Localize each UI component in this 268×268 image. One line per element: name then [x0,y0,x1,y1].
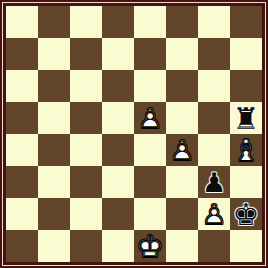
white-pawn[interactable]: ♟♙ [166,134,198,166]
black-pawn[interactable]: ♟ [198,166,230,198]
piece-glyph-outline: ♙ [166,134,198,166]
square-e8[interactable] [134,6,166,38]
square-a8[interactable] [6,6,38,38]
square-g2[interactable]: ♟♙ [198,198,230,230]
square-g3[interactable]: ♟ [198,166,230,198]
black-rook[interactable]: ♜ [230,102,262,134]
square-b7[interactable] [38,38,70,70]
square-e6[interactable] [134,70,166,102]
square-b5[interactable] [38,102,70,134]
square-d4[interactable] [102,134,134,166]
white-king[interactable]: ♚♔ [134,230,166,262]
square-a3[interactable] [6,166,38,198]
square-b3[interactable] [38,166,70,198]
square-h7[interactable] [230,38,262,70]
white-pawn[interactable]: ♟♙ [198,198,230,230]
square-d8[interactable] [102,6,134,38]
white-pawn[interactable]: ♟♙ [134,102,166,134]
square-d2[interactable] [102,198,134,230]
piece-glyph-outline: ♔ [134,230,166,262]
chess-board[interactable]: ♟♙♜♟♙♝♗♟♟♙♚♚♔ [6,6,262,262]
square-e5[interactable]: ♟♙ [134,102,166,134]
square-g7[interactable] [198,38,230,70]
square-f3[interactable] [166,166,198,198]
square-a5[interactable] [6,102,38,134]
square-e1[interactable]: ♚♔ [134,230,166,262]
square-c7[interactable] [70,38,102,70]
square-b1[interactable] [38,230,70,262]
square-c3[interactable] [70,166,102,198]
square-h2[interactable]: ♚ [230,198,262,230]
piece-glyph-outline: ♗ [230,134,262,166]
square-a1[interactable] [6,230,38,262]
square-h4[interactable]: ♝♗ [230,134,262,166]
square-c1[interactable] [70,230,102,262]
square-h5[interactable]: ♜ [230,102,262,134]
piece-glyph: ♚ [230,198,262,230]
square-h3[interactable] [230,166,262,198]
square-e2[interactable] [134,198,166,230]
black-king[interactable]: ♚ [230,198,262,230]
piece-glyph-outline: ♙ [134,102,166,134]
square-d3[interactable] [102,166,134,198]
piece-glyph: ♟ [198,166,230,198]
square-d5[interactable] [102,102,134,134]
square-b4[interactable] [38,134,70,166]
square-g6[interactable] [198,70,230,102]
square-f2[interactable] [166,198,198,230]
square-a7[interactable] [6,38,38,70]
square-h6[interactable] [230,70,262,102]
square-f8[interactable] [166,6,198,38]
square-b8[interactable] [38,6,70,38]
square-c4[interactable] [70,134,102,166]
square-e4[interactable] [134,134,166,166]
square-g8[interactable] [198,6,230,38]
square-c5[interactable] [70,102,102,134]
square-d1[interactable] [102,230,134,262]
square-a6[interactable] [6,70,38,102]
square-d7[interactable] [102,38,134,70]
square-c2[interactable] [70,198,102,230]
square-g5[interactable] [198,102,230,134]
square-f6[interactable] [166,70,198,102]
square-f4[interactable]: ♟♙ [166,134,198,166]
square-a4[interactable] [6,134,38,166]
square-c8[interactable] [70,6,102,38]
square-f5[interactable] [166,102,198,134]
square-c6[interactable] [70,70,102,102]
square-e7[interactable] [134,38,166,70]
square-b2[interactable] [38,198,70,230]
white-bishop[interactable]: ♝♗ [230,134,262,166]
square-d6[interactable] [102,70,134,102]
square-f1[interactable] [166,230,198,262]
square-a2[interactable] [6,198,38,230]
square-h8[interactable] [230,6,262,38]
square-b6[interactable] [38,70,70,102]
square-g4[interactable] [198,134,230,166]
chess-board-frame: ♟♙♜♟♙♝♗♟♟♙♚♚♔ [0,0,268,268]
square-h1[interactable] [230,230,262,262]
square-f7[interactable] [166,38,198,70]
piece-glyph-outline: ♙ [198,198,230,230]
piece-glyph: ♜ [230,102,262,134]
square-g1[interactable] [198,230,230,262]
square-e3[interactable] [134,166,166,198]
